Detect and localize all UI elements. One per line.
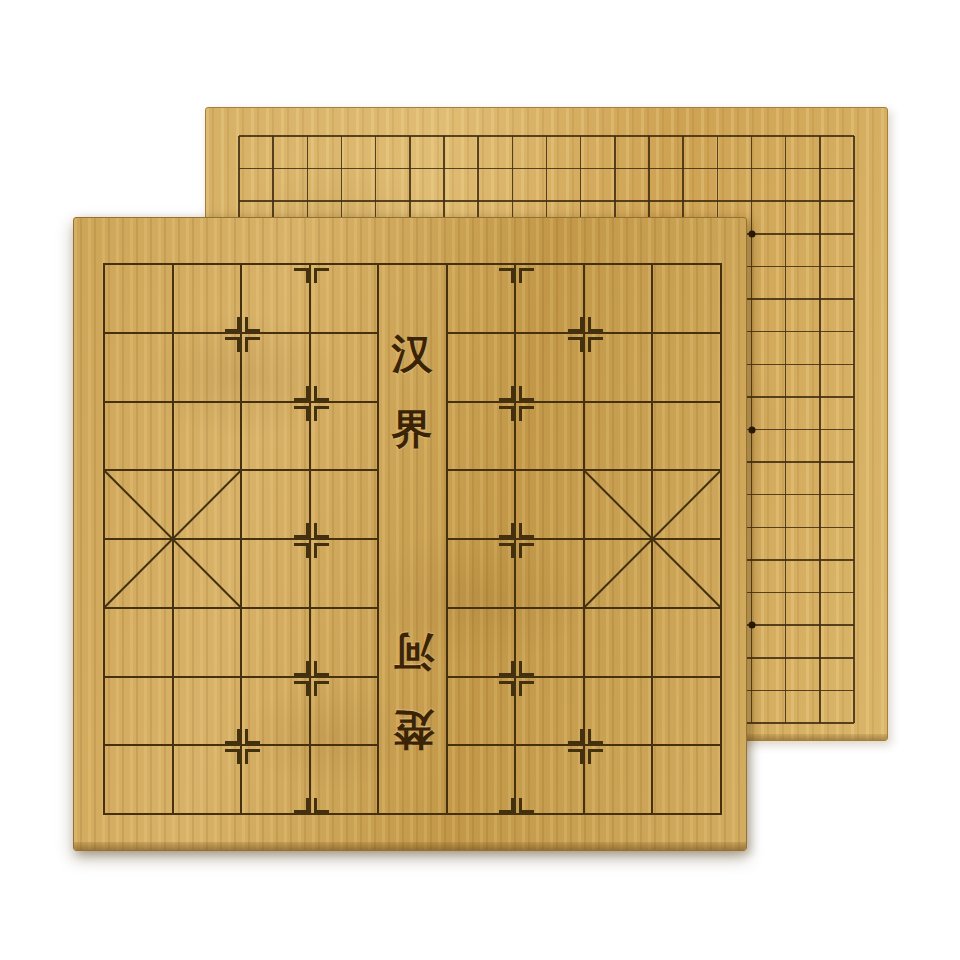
- point-marker-soldier: [519, 406, 534, 421]
- point-marker-soldier: [294, 798, 309, 813]
- point-marker-cannon: [225, 729, 240, 744]
- point-marker-soldier: [314, 523, 329, 538]
- point-marker-soldier: [499, 543, 514, 558]
- point-marker-soldier: [314, 386, 329, 401]
- point-marker-cannon: [588, 317, 603, 332]
- point-marker-soldier: [499, 268, 514, 283]
- point-marker-soldier: [519, 681, 534, 696]
- point-marker-soldier: [314, 268, 329, 283]
- point-marker-soldier: [314, 798, 329, 813]
- point-marker-soldier: [499, 661, 514, 676]
- point-marker-soldier: [294, 406, 309, 421]
- point-marker-cannon: [225, 749, 240, 764]
- point-marker-soldier: [499, 523, 514, 538]
- point-marker-soldier: [519, 543, 534, 558]
- point-marker-soldier: [294, 523, 309, 538]
- point-marker-soldier: [499, 681, 514, 696]
- point-marker-soldier: [519, 798, 534, 813]
- go-grid-line-v: [819, 136, 821, 723]
- point-marker-soldier: [519, 386, 534, 401]
- point-marker-cannon: [225, 337, 240, 352]
- point-marker-cannon: [588, 749, 603, 764]
- point-marker-cannon: [245, 729, 260, 744]
- point-marker-cannon: [568, 317, 583, 332]
- point-marker-cannon: [588, 337, 603, 352]
- go-star-point: [748, 426, 755, 433]
- point-marker-cannon: [568, 729, 583, 744]
- point-marker-cannon: [245, 337, 260, 352]
- point-marker-soldier: [314, 661, 329, 676]
- point-marker-soldier: [314, 543, 329, 558]
- go-star-point: [748, 230, 755, 237]
- xiangqi-board: 汉 界 河 楚: [73, 217, 747, 851]
- point-marker-soldier: [499, 386, 514, 401]
- point-marker-cannon: [588, 729, 603, 744]
- go-star-point: [748, 622, 755, 629]
- point-marker-soldier: [314, 681, 329, 696]
- xiangqi-board-grid: 汉 界 河 楚: [104, 264, 721, 814]
- point-marker-soldier: [519, 268, 534, 283]
- point-marker-soldier: [314, 406, 329, 421]
- point-marker-soldier: [499, 798, 514, 813]
- point-marker-soldier: [519, 523, 534, 538]
- scene: 汉 界 河 楚: [0, 0, 960, 960]
- point-marker-soldier: [499, 406, 514, 421]
- point-marker-cannon: [225, 317, 240, 332]
- point-marker-soldier: [294, 661, 309, 676]
- point-marker-cannon: [245, 749, 260, 764]
- go-grid-line-v: [853, 136, 855, 723]
- point-marker-cannon: [245, 317, 260, 332]
- point-marker-cannon: [568, 337, 583, 352]
- point-marker-soldier: [294, 681, 309, 696]
- point-marker-soldier: [519, 661, 534, 676]
- go-grid-line-v: [785, 136, 787, 723]
- palace-diagonals: [104, 264, 721, 814]
- point-marker-soldier: [294, 268, 309, 283]
- point-marker-soldier: [294, 386, 309, 401]
- point-marker-soldier: [294, 543, 309, 558]
- point-marker-cannon: [568, 749, 583, 764]
